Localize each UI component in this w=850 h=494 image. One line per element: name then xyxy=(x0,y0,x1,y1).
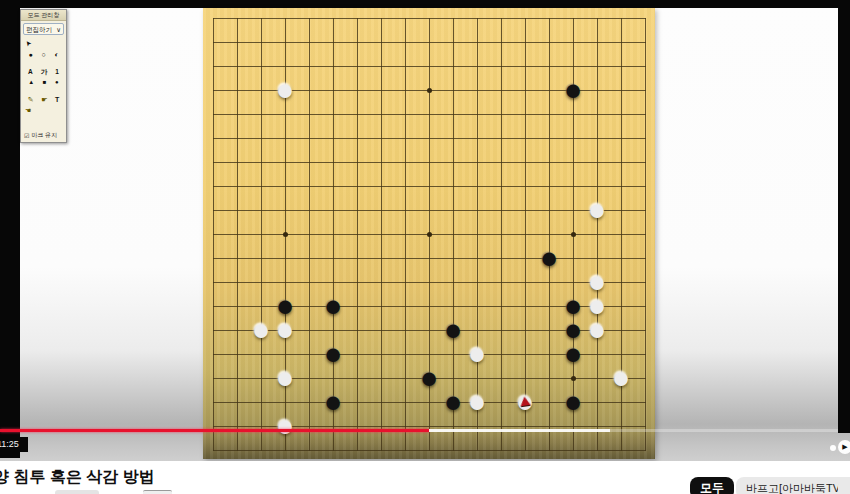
board-intersection xyxy=(273,150,297,174)
board-intersection xyxy=(561,174,585,198)
board-intersection xyxy=(441,30,465,54)
board-intersection xyxy=(417,198,441,222)
white-stone: ● xyxy=(273,366,297,390)
board-intersection xyxy=(297,342,321,366)
board-intersection xyxy=(393,126,417,150)
board-intersection xyxy=(225,78,249,102)
board-intersection xyxy=(393,6,417,30)
label-tools-row: A 가 1 xyxy=(21,66,66,77)
board-intersection xyxy=(465,6,489,30)
board-intersection xyxy=(489,102,513,126)
board-intersection xyxy=(369,438,393,462)
board-intersection xyxy=(513,126,537,150)
board-intersection xyxy=(321,438,345,462)
board-intersection xyxy=(441,246,465,270)
board-intersection: ● xyxy=(561,390,585,414)
board-intersection xyxy=(537,414,561,438)
board-intersection: ● xyxy=(273,318,297,342)
board-intersection xyxy=(417,54,441,78)
board-intersection xyxy=(321,102,345,126)
board-intersection xyxy=(297,246,321,270)
board-intersection xyxy=(369,222,393,246)
board-intersection xyxy=(609,174,633,198)
board-intersection xyxy=(225,246,249,270)
board-intersection xyxy=(345,246,369,270)
board-intersection xyxy=(633,414,657,438)
board-intersection xyxy=(249,366,273,390)
board-intersection xyxy=(609,78,633,102)
board-intersection xyxy=(225,390,249,414)
chip-cutoff[interactable] xyxy=(838,477,850,494)
board-intersection xyxy=(633,318,657,342)
board-intersection xyxy=(225,366,249,390)
board-intersection xyxy=(465,246,489,270)
board-intersection xyxy=(393,414,417,438)
board-intersection xyxy=(345,414,369,438)
board-intersection xyxy=(465,30,489,54)
board-intersection xyxy=(249,174,273,198)
mode-manager-panel: 모드 관리창 편집하기 ∨ ➤ ● ○ ◐ A 가 1 ▲ ■ ● xyxy=(20,9,67,143)
black-stone: ● xyxy=(321,342,345,366)
edit-mode-dropdown: 편집하기 ∨ xyxy=(23,23,64,35)
board-intersection xyxy=(369,390,393,414)
board-intersection xyxy=(609,438,633,462)
board-intersection xyxy=(417,270,441,294)
board-intersection xyxy=(609,294,633,318)
board-intersection xyxy=(489,438,513,462)
board-intersection xyxy=(633,270,657,294)
board-intersection xyxy=(537,54,561,78)
board-intersection xyxy=(609,150,633,174)
white-stone: ● xyxy=(585,318,609,342)
board-intersection xyxy=(345,294,369,318)
board-intersection xyxy=(585,30,609,54)
board-intersection xyxy=(513,246,537,270)
board-intersection xyxy=(225,294,249,318)
board-intersection xyxy=(297,390,321,414)
black-stone: ● xyxy=(441,318,465,342)
board-intersection xyxy=(489,246,513,270)
board-intersection xyxy=(513,6,537,30)
board-intersection xyxy=(297,414,321,438)
board-intersection xyxy=(537,102,561,126)
white-stone-icon: ○ xyxy=(41,49,45,60)
play-circle-icon[interactable]: ▶ xyxy=(838,440,850,454)
edit-mode-label: 편집하기 xyxy=(26,25,52,34)
board-intersection xyxy=(249,30,273,54)
board-intersection xyxy=(297,30,321,54)
white-stone: ● xyxy=(273,414,297,438)
board-intersection xyxy=(345,54,369,78)
board-intersection xyxy=(465,438,489,462)
board-intersection xyxy=(249,54,273,78)
chevron-down-icon: ∨ xyxy=(56,25,61,34)
board-intersection xyxy=(585,54,609,78)
board-intersection xyxy=(537,150,561,174)
board-intersection xyxy=(201,342,225,366)
board-intersection xyxy=(273,30,297,54)
board-intersection xyxy=(633,150,657,174)
board-intersection xyxy=(585,126,609,150)
board-intersection xyxy=(249,102,273,126)
panel-title: 모드 관리창 xyxy=(21,10,66,21)
board-intersection xyxy=(537,198,561,222)
board-intersection xyxy=(369,414,393,438)
board-intersection xyxy=(489,366,513,390)
cursor-icon: ➤ xyxy=(22,38,34,49)
board-intersection xyxy=(537,318,561,342)
board-intersection xyxy=(225,150,249,174)
board-intersection xyxy=(225,102,249,126)
board-intersection xyxy=(513,198,537,222)
board-intersection xyxy=(465,150,489,174)
board-intersection xyxy=(297,198,321,222)
board-intersection: ● xyxy=(321,294,345,318)
board-intersection xyxy=(225,6,249,30)
board-intersection xyxy=(441,270,465,294)
board-intersection xyxy=(297,54,321,78)
board-intersection: ● xyxy=(561,78,585,102)
board-intersection xyxy=(201,246,225,270)
board-intersection xyxy=(417,78,441,102)
progress-bar-remaining[interactable] xyxy=(610,429,838,432)
board-intersection xyxy=(201,318,225,342)
board-intersection xyxy=(513,30,537,54)
board-intersection xyxy=(393,294,417,318)
board-intersection xyxy=(489,222,513,246)
board-intersection xyxy=(273,126,297,150)
board-intersection xyxy=(609,6,633,30)
letterbox-right xyxy=(838,0,850,433)
board-intersection xyxy=(369,102,393,126)
board-intersection xyxy=(633,126,657,150)
board-intersection xyxy=(513,54,537,78)
board-intersection xyxy=(441,174,465,198)
pointing-hand-icon: ☛ xyxy=(41,94,47,105)
board-intersection xyxy=(513,438,537,462)
keep-marks-label: 마크 유지 xyxy=(31,131,57,140)
board-intersection xyxy=(321,54,345,78)
board-intersection xyxy=(225,414,249,438)
board-intersection xyxy=(465,54,489,78)
board-intersection: ● xyxy=(585,318,609,342)
board-intersection xyxy=(225,174,249,198)
board-intersection xyxy=(633,390,657,414)
board-intersection xyxy=(585,390,609,414)
board-intersection xyxy=(417,294,441,318)
board-intersection xyxy=(489,270,513,294)
board-intersection xyxy=(513,294,537,318)
black-stone: ● xyxy=(321,390,345,414)
board-intersection xyxy=(249,414,273,438)
white-stone: ● xyxy=(465,390,489,414)
video-frame[interactable]: ●●●●●●●●●●●●●●●●●●●●●●●●●● 모드 관리창 편집하기 ∨… xyxy=(0,0,850,461)
black-stone: ● xyxy=(441,390,465,414)
board-intersection xyxy=(225,126,249,150)
board-intersection xyxy=(393,198,417,222)
board-intersection xyxy=(201,294,225,318)
board-intersection xyxy=(441,222,465,246)
board-intersection xyxy=(465,174,489,198)
number-label-icon: 1 xyxy=(55,66,59,77)
board-intersection xyxy=(417,318,441,342)
board-intersection xyxy=(297,318,321,342)
board-intersection xyxy=(345,102,369,126)
board-intersection xyxy=(417,6,441,30)
board-intersection xyxy=(345,342,369,366)
board-intersection xyxy=(393,318,417,342)
black-stone: ● xyxy=(537,246,561,270)
board-intersection xyxy=(297,126,321,150)
board-intersection xyxy=(633,438,657,462)
board-intersection xyxy=(249,390,273,414)
board-intersection xyxy=(273,222,297,246)
board-intersection xyxy=(273,174,297,198)
board-intersection xyxy=(345,222,369,246)
board-intersection xyxy=(609,318,633,342)
go-board: ●●●●●●●●●●●●●●●●●●●●●●●●●● xyxy=(203,8,655,459)
board-intersection xyxy=(201,54,225,78)
board-intersection xyxy=(393,390,417,414)
board-intersection xyxy=(345,390,369,414)
board-intersection: ● xyxy=(465,390,489,414)
board-intersection xyxy=(369,294,393,318)
board-intersection xyxy=(393,438,417,462)
board-intersection xyxy=(561,198,585,222)
board-intersection xyxy=(441,438,465,462)
board-intersection xyxy=(489,6,513,30)
board-intersection xyxy=(321,30,345,54)
board-intersection xyxy=(585,150,609,174)
board-intersection xyxy=(417,102,441,126)
board-intersection xyxy=(369,342,393,366)
board-intersection xyxy=(489,54,513,78)
board-intersection xyxy=(369,198,393,222)
cutoff-element-right xyxy=(143,490,172,494)
board-intersection xyxy=(537,342,561,366)
circle-mark-icon: ● xyxy=(55,77,59,88)
board-intersection: ● xyxy=(273,366,297,390)
board-intersection xyxy=(225,270,249,294)
board-intersection xyxy=(561,222,585,246)
board-intersection xyxy=(369,366,393,390)
board-intersection xyxy=(537,6,561,30)
board-intersection xyxy=(321,126,345,150)
board-intersection xyxy=(513,222,537,246)
board-intersection xyxy=(297,222,321,246)
board-intersection xyxy=(345,438,369,462)
white-stone: ● xyxy=(609,366,633,390)
board-intersection xyxy=(465,126,489,150)
board-intersection xyxy=(465,198,489,222)
board-intersection xyxy=(633,30,657,54)
board-intersection xyxy=(201,6,225,30)
board-intersection xyxy=(417,30,441,54)
board-intersection xyxy=(633,246,657,270)
board-intersection xyxy=(513,174,537,198)
board-intersection xyxy=(609,30,633,54)
screenshot-root: ●●●●●●●●●●●●●●●●●●●●●●●●●● 모드 관리창 편집하기 ∨… xyxy=(0,0,850,494)
board-intersection: ● xyxy=(513,390,537,414)
chip-provider[interactable]: 바프고[아마바둑TV] 제공 xyxy=(736,477,850,494)
board-intersection: ● xyxy=(273,78,297,102)
board-intersection xyxy=(249,198,273,222)
board-intersection xyxy=(537,126,561,150)
board-intersection xyxy=(321,198,345,222)
board-intersection xyxy=(369,150,393,174)
board-intersection xyxy=(585,102,609,126)
board-intersection xyxy=(369,270,393,294)
board-intersection xyxy=(633,6,657,30)
board-intersection xyxy=(369,78,393,102)
korean-label-icon: 가 xyxy=(41,66,48,77)
board-intersection xyxy=(633,54,657,78)
triangle-mark xyxy=(519,396,530,406)
board-intersection xyxy=(225,438,249,462)
progress-bar-buffered[interactable] xyxy=(429,429,610,432)
black-stone: ● xyxy=(417,366,441,390)
board-intersection xyxy=(225,30,249,54)
board-intersection: ● xyxy=(417,366,441,390)
board-intersection xyxy=(273,246,297,270)
board-intersection xyxy=(417,150,441,174)
board-intersection xyxy=(561,150,585,174)
board-intersection: ● xyxy=(321,342,345,366)
board-intersection xyxy=(561,126,585,150)
draw-tools-row: ✎ ☛ T xyxy=(21,94,66,105)
board-intersection xyxy=(393,270,417,294)
board-intersection xyxy=(489,198,513,222)
board-intersection xyxy=(465,222,489,246)
board-intersection xyxy=(489,30,513,54)
board-intersection xyxy=(465,294,489,318)
chip-all[interactable]: 모두 xyxy=(690,477,734,494)
board-intersection xyxy=(249,246,273,270)
board-intersection xyxy=(633,222,657,246)
triangle-mark-icon: ▲ xyxy=(28,77,34,88)
play-triangle-icon: ▶ xyxy=(842,443,847,451)
square-mark-icon: ■ xyxy=(43,77,47,88)
progress-bar-played[interactable] xyxy=(0,429,429,432)
board-intersection xyxy=(201,414,225,438)
board-intersection xyxy=(321,78,345,102)
board-intersection xyxy=(225,342,249,366)
checkbox-checked-icon: ☑ xyxy=(24,132,29,139)
board-intersection xyxy=(321,174,345,198)
board-intersection xyxy=(489,150,513,174)
board-intersection xyxy=(393,366,417,390)
board-intersection xyxy=(417,246,441,270)
board-intersection xyxy=(273,6,297,30)
stone-grid: ●●●●●●●●●●●●●●●●●●●●●●●●●● xyxy=(201,6,657,462)
board-intersection xyxy=(513,318,537,342)
board-intersection xyxy=(441,102,465,126)
timestamp-badge: 11:25 xyxy=(0,437,28,452)
board-intersection xyxy=(201,126,225,150)
dot-icon xyxy=(830,445,836,451)
board-intersection xyxy=(537,438,561,462)
board-intersection xyxy=(513,150,537,174)
board-intersection xyxy=(561,30,585,54)
board-intersection xyxy=(609,414,633,438)
board-intersection: ● xyxy=(465,342,489,366)
board-intersection xyxy=(609,102,633,126)
board-intersection xyxy=(609,126,633,150)
board-intersection xyxy=(393,78,417,102)
board-intersection xyxy=(201,222,225,246)
pencil-icon: ✎ xyxy=(28,94,34,105)
black-stone: ● xyxy=(321,294,345,318)
board-intersection xyxy=(513,78,537,102)
board-intersection xyxy=(561,246,585,270)
board-intersection xyxy=(345,78,369,102)
board-intersection xyxy=(345,366,369,390)
board-intersection xyxy=(369,318,393,342)
board-intersection xyxy=(249,78,273,102)
board-intersection: ● xyxy=(537,246,561,270)
board-intersection xyxy=(441,198,465,222)
board-intersection xyxy=(441,78,465,102)
board-intersection xyxy=(537,294,561,318)
board-intersection xyxy=(393,342,417,366)
board-intersection xyxy=(393,102,417,126)
board-intersection xyxy=(609,246,633,270)
board-intersection xyxy=(441,126,465,150)
board-intersection xyxy=(369,174,393,198)
board-intersection xyxy=(561,438,585,462)
board-intersection xyxy=(225,54,249,78)
board-intersection xyxy=(201,150,225,174)
board-intersection xyxy=(393,150,417,174)
current-time: 11:25 xyxy=(0,437,19,452)
board-intersection xyxy=(489,318,513,342)
cursor-tool: ➤ xyxy=(21,38,66,49)
board-intersection xyxy=(417,126,441,150)
board-intersection xyxy=(393,222,417,246)
board-intersection xyxy=(249,126,273,150)
board-intersection xyxy=(633,366,657,390)
pan-hand-icon: ☚ xyxy=(25,105,31,116)
board-intersection xyxy=(249,150,273,174)
board-intersection xyxy=(321,6,345,30)
board-intersection xyxy=(585,6,609,30)
board-intersection: ● xyxy=(321,390,345,414)
board-intersection xyxy=(297,6,321,30)
board-intersection: ● xyxy=(561,342,585,366)
board-intersection xyxy=(585,366,609,390)
black-stone: ● xyxy=(561,390,585,414)
board-intersection xyxy=(561,6,585,30)
board-intersection xyxy=(201,390,225,414)
board-intersection xyxy=(201,30,225,54)
board-intersection xyxy=(489,126,513,150)
board-intersection xyxy=(345,30,369,54)
board-intersection xyxy=(201,438,225,462)
pan-tool-row: ☚ xyxy=(21,105,66,116)
board-intersection xyxy=(225,198,249,222)
board-intersection xyxy=(297,174,321,198)
board-intersection xyxy=(609,54,633,78)
keep-marks-option: ☑ 마크 유지 xyxy=(21,131,69,140)
board-intersection xyxy=(393,54,417,78)
board-intersection xyxy=(513,102,537,126)
board-intersection xyxy=(465,102,489,126)
board-intersection: ● xyxy=(441,390,465,414)
board-intersection xyxy=(633,78,657,102)
white-stone: ● xyxy=(585,198,609,222)
board-intersection xyxy=(537,390,561,414)
board-intersection xyxy=(537,366,561,390)
